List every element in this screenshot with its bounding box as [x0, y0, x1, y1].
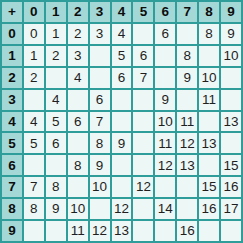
sum-cell-r2c7: 9 — [177, 68, 197, 88]
empty-cell-r3c5[interactable] — [133, 90, 153, 110]
sum-cell-r5c1: 6 — [46, 133, 66, 153]
row-header-8: 8 — [2, 199, 22, 219]
empty-cell-r3c0[interactable] — [24, 90, 44, 110]
empty-cell-r9c1[interactable] — [46, 221, 66, 241]
sum-cell-r4c6: 10 — [155, 112, 175, 132]
sum-cell-r0c2: 2 — [68, 24, 88, 44]
empty-cell-r8c5[interactable] — [133, 199, 153, 219]
sum-cell-r8c1: 9 — [46, 199, 66, 219]
empty-cell-r1c8[interactable] — [199, 46, 219, 66]
row-header-7: 7 — [2, 177, 22, 197]
empty-cell-r9c5[interactable] — [133, 221, 153, 241]
col-header-0: 0 — [24, 2, 44, 22]
empty-cell-r0c7[interactable] — [177, 24, 197, 44]
empty-cell-r6c8[interactable] — [199, 155, 219, 175]
corner-plus-cell: + — [2, 2, 22, 22]
sum-cell-r6c3: 9 — [90, 155, 110, 175]
sum-cell-r8c8: 16 — [199, 199, 219, 219]
sum-cell-r4c9: 13 — [221, 112, 241, 132]
empty-cell-r7c2[interactable] — [68, 177, 88, 197]
sum-cell-r0c6: 6 — [155, 24, 175, 44]
sum-cell-r3c1: 4 — [46, 90, 66, 110]
sum-cell-r9c3: 12 — [90, 221, 110, 241]
sum-cell-r4c1: 5 — [46, 112, 66, 132]
empty-cell-r4c8[interactable] — [199, 112, 219, 132]
sum-cell-r1c0: 1 — [24, 46, 44, 66]
empty-cell-r9c0[interactable] — [24, 221, 44, 241]
sum-cell-r4c7: 11 — [177, 112, 197, 132]
row-header-6: 6 — [2, 155, 22, 175]
sum-cell-r4c2: 6 — [68, 112, 88, 132]
empty-cell-r7c7[interactable] — [177, 177, 197, 197]
empty-cell-r3c9[interactable] — [221, 90, 241, 110]
empty-cell-r5c9[interactable] — [221, 133, 241, 153]
empty-cell-r7c6[interactable] — [155, 177, 175, 197]
empty-cell-r4c5[interactable] — [133, 112, 153, 132]
empty-cell-r6c1[interactable] — [46, 155, 66, 175]
empty-cell-r2c1[interactable] — [46, 68, 66, 88]
row-header-4: 4 — [2, 112, 22, 132]
sum-cell-r9c4: 13 — [112, 221, 132, 241]
empty-cell-r4c4[interactable] — [112, 112, 132, 132]
sum-cell-r4c3: 7 — [90, 112, 110, 132]
empty-cell-r9c9[interactable] — [221, 221, 241, 241]
empty-cell-r7c4[interactable] — [112, 177, 132, 197]
col-header-7: 7 — [177, 2, 197, 22]
sum-cell-r6c9: 15 — [221, 155, 241, 175]
sum-cell-r0c9: 9 — [221, 24, 241, 44]
sum-cell-r9c2: 11 — [68, 221, 88, 241]
col-header-6: 6 — [155, 2, 175, 22]
col-header-3: 3 — [90, 2, 110, 22]
col-header-8: 8 — [199, 2, 219, 22]
empty-cell-r2c6[interactable] — [155, 68, 175, 88]
sum-cell-r1c4: 5 — [112, 46, 132, 66]
row-header-0: 0 — [2, 24, 22, 44]
empty-cell-r1c3[interactable] — [90, 46, 110, 66]
sum-cell-r1c7: 8 — [177, 46, 197, 66]
sum-cell-r5c0: 5 — [24, 133, 44, 153]
col-header-1: 1 — [46, 2, 66, 22]
sum-cell-r8c2: 10 — [68, 199, 88, 219]
sum-cell-r7c3: 10 — [90, 177, 110, 197]
sum-cell-r9c7: 16 — [177, 221, 197, 241]
sum-cell-r5c8: 13 — [199, 133, 219, 153]
empty-cell-r3c7[interactable] — [177, 90, 197, 110]
sum-cell-r6c2: 8 — [68, 155, 88, 175]
empty-cell-r2c9[interactable] — [221, 68, 241, 88]
empty-cell-r1c6[interactable] — [155, 46, 175, 66]
row-header-2: 2 — [2, 68, 22, 88]
row-header-3: 3 — [2, 90, 22, 110]
sum-cell-r0c3: 3 — [90, 24, 110, 44]
col-header-4: 4 — [112, 2, 132, 22]
sum-cell-r1c2: 3 — [68, 46, 88, 66]
addition-table-board: +012345678900123468911235681022467910346… — [0, 0, 243, 243]
sum-cell-r1c1: 2 — [46, 46, 66, 66]
sum-cell-r2c4: 6 — [112, 68, 132, 88]
empty-cell-r5c5[interactable] — [133, 133, 153, 153]
sum-cell-r6c7: 13 — [177, 155, 197, 175]
sum-cell-r8c0: 8 — [24, 199, 44, 219]
sum-cell-r2c2: 4 — [68, 68, 88, 88]
sum-cell-r8c4: 12 — [112, 199, 132, 219]
col-header-5: 5 — [133, 2, 153, 22]
sum-cell-r5c4: 9 — [112, 133, 132, 153]
empty-cell-r9c6[interactable] — [155, 221, 175, 241]
col-header-2: 2 — [68, 2, 88, 22]
sum-cell-r7c9: 16 — [221, 177, 241, 197]
empty-cell-r5c2[interactable] — [68, 133, 88, 153]
row-header-5: 5 — [2, 133, 22, 153]
sum-cell-r0c4: 4 — [112, 24, 132, 44]
sum-cell-r5c3: 8 — [90, 133, 110, 153]
sum-cell-r6c6: 12 — [155, 155, 175, 175]
empty-cell-r6c0[interactable] — [24, 155, 44, 175]
sum-cell-r7c8: 15 — [199, 177, 219, 197]
empty-cell-r9c8[interactable] — [199, 221, 219, 241]
sum-cell-r7c1: 8 — [46, 177, 66, 197]
sum-cell-r0c0: 0 — [24, 24, 44, 44]
sum-cell-r8c6: 14 — [155, 199, 175, 219]
sum-cell-r1c5: 6 — [133, 46, 153, 66]
sum-cell-r0c8: 8 — [199, 24, 219, 44]
sum-cell-r2c0: 2 — [24, 68, 44, 88]
col-header-9: 9 — [221, 2, 241, 22]
sum-cell-r4c0: 4 — [24, 112, 44, 132]
empty-cell-r2c3[interactable] — [90, 68, 110, 88]
sum-cell-r1c9: 10 — [221, 46, 241, 66]
sum-cell-r5c6: 11 — [155, 133, 175, 153]
empty-cell-r3c2[interactable] — [68, 90, 88, 110]
sum-cell-r2c5: 7 — [133, 68, 153, 88]
sum-cell-r3c8: 11 — [199, 90, 219, 110]
empty-cell-r6c4[interactable] — [112, 155, 132, 175]
sum-cell-r5c7: 12 — [177, 133, 197, 153]
sum-cell-r2c8: 10 — [199, 68, 219, 88]
empty-cell-r3c4[interactable] — [112, 90, 132, 110]
empty-cell-r6c5[interactable] — [133, 155, 153, 175]
row-header-9: 9 — [2, 221, 22, 241]
empty-cell-r0c5[interactable] — [133, 24, 153, 44]
sum-cell-r3c6: 9 — [155, 90, 175, 110]
row-header-1: 1 — [2, 46, 22, 66]
sum-cell-r3c3: 6 — [90, 90, 110, 110]
empty-cell-r8c3[interactable] — [90, 199, 110, 219]
sum-cell-r7c5: 12 — [133, 177, 153, 197]
sum-cell-r7c0: 7 — [24, 177, 44, 197]
empty-cell-r8c7[interactable] — [177, 199, 197, 219]
sum-cell-r8c9: 17 — [221, 199, 241, 219]
sum-cell-r0c1: 1 — [46, 24, 66, 44]
